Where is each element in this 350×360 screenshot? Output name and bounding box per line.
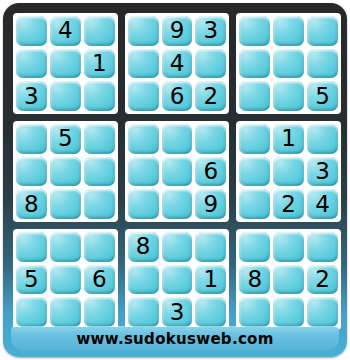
- cell-r3c3[interactable]: [84, 81, 115, 111]
- cell-r2c6[interactable]: [195, 49, 226, 79]
- footer-bar: www.sudokusweb.com: [11, 327, 339, 351]
- cell-r1c7[interactable]: [239, 16, 270, 46]
- cell-r9c4[interactable]: [128, 297, 159, 327]
- cell-r8c7[interactable]: 8: [239, 265, 270, 295]
- cell-r1c3[interactable]: [84, 16, 115, 46]
- cell-r2c5[interactable]: 4: [162, 49, 193, 79]
- box-2-1: 58: [13, 121, 118, 222]
- board-frame: 413934625586913245681382 www.sudokusweb.…: [3, 3, 347, 357]
- cell-r1c5[interactable]: 9: [162, 16, 193, 46]
- cell-r1c6[interactable]: 3: [195, 16, 226, 46]
- cell-r4c6[interactable]: [195, 124, 226, 154]
- box-3-2: 813: [125, 229, 230, 330]
- cell-r2c8[interactable]: [273, 49, 304, 79]
- cell-r2c7[interactable]: [239, 49, 270, 79]
- cell-r3c5[interactable]: 6: [162, 81, 193, 111]
- cell-r5c9[interactable]: 3: [307, 157, 338, 187]
- cell-r9c9[interactable]: [307, 297, 338, 327]
- cell-r7c2[interactable]: [50, 232, 81, 262]
- cell-r8c2[interactable]: [50, 265, 81, 295]
- cell-r4c4[interactable]: [128, 124, 159, 154]
- cell-r7c7[interactable]: [239, 232, 270, 262]
- cell-r9c2[interactable]: [50, 297, 81, 327]
- cell-r5c6[interactable]: 6: [195, 157, 226, 187]
- cell-r3c2[interactable]: [50, 81, 81, 111]
- cell-r1c9[interactable]: [307, 16, 338, 46]
- cell-r2c1[interactable]: [16, 49, 47, 79]
- cell-r1c4[interactable]: [128, 16, 159, 46]
- cell-r9c3[interactable]: [84, 297, 115, 327]
- cell-r1c2[interactable]: 4: [50, 16, 81, 46]
- sudoku-grid: 413934625586913245681382: [13, 13, 341, 330]
- box-1-1: 413: [13, 13, 118, 114]
- cell-r8c1[interactable]: 5: [16, 265, 47, 295]
- cell-r4c3[interactable]: [84, 124, 115, 154]
- cell-r3c7[interactable]: [239, 81, 270, 111]
- cell-r4c1[interactable]: [16, 124, 47, 154]
- cell-r3c1[interactable]: 3: [16, 81, 47, 111]
- cell-r2c3[interactable]: 1: [84, 49, 115, 79]
- cell-r6c7[interactable]: [239, 189, 270, 219]
- cell-r2c9[interactable]: [307, 49, 338, 79]
- box-3-3: 82: [236, 229, 341, 330]
- cell-r5c1[interactable]: [16, 157, 47, 187]
- cell-r6c1[interactable]: 8: [16, 189, 47, 219]
- cell-r6c3[interactable]: [84, 189, 115, 219]
- cell-r8c6[interactable]: 1: [195, 265, 226, 295]
- cell-r5c2[interactable]: [50, 157, 81, 187]
- cell-r6c2[interactable]: [50, 189, 81, 219]
- cell-r5c4[interactable]: [128, 157, 159, 187]
- cell-r5c8[interactable]: [273, 157, 304, 187]
- cell-r6c6[interactable]: 9: [195, 189, 226, 219]
- cell-r1c8[interactable]: [273, 16, 304, 46]
- cell-r6c8[interactable]: 2: [273, 189, 304, 219]
- cell-r7c6[interactable]: [195, 232, 226, 262]
- cell-r7c1[interactable]: [16, 232, 47, 262]
- cell-r7c8[interactable]: [273, 232, 304, 262]
- cell-r4c2[interactable]: 5: [50, 124, 81, 154]
- cell-r4c5[interactable]: [162, 124, 193, 154]
- cell-r8c4[interactable]: [128, 265, 159, 295]
- cell-r9c6[interactable]: [195, 297, 226, 327]
- cell-r4c8[interactable]: 1: [273, 124, 304, 154]
- cell-r8c3[interactable]: 6: [84, 265, 115, 295]
- cell-r7c3[interactable]: [84, 232, 115, 262]
- cell-r5c5[interactable]: [162, 157, 193, 187]
- cell-r6c5[interactable]: [162, 189, 193, 219]
- cell-r6c4[interactable]: [128, 189, 159, 219]
- sudoku-board: 413934625586913245681382 www.sudokusweb.…: [0, 0, 350, 360]
- cell-r3c4[interactable]: [128, 81, 159, 111]
- box-1-2: 93462: [125, 13, 230, 114]
- cell-r3c9[interactable]: 5: [307, 81, 338, 111]
- cell-r8c5[interactable]: [162, 265, 193, 295]
- cell-r2c2[interactable]: [50, 49, 81, 79]
- cell-r9c5[interactable]: 3: [162, 297, 193, 327]
- cell-r8c8[interactable]: [273, 265, 304, 295]
- cell-r3c6[interactable]: 2: [195, 81, 226, 111]
- cell-r8c9[interactable]: 2: [307, 265, 338, 295]
- box-3-1: 56: [13, 229, 118, 330]
- cell-r5c7[interactable]: [239, 157, 270, 187]
- box-2-3: 1324: [236, 121, 341, 222]
- cell-r6c9[interactable]: 4: [307, 189, 338, 219]
- box-1-3: 5: [236, 13, 341, 114]
- box-2-2: 69: [125, 121, 230, 222]
- cell-r4c7[interactable]: [239, 124, 270, 154]
- site-url[interactable]: www.sudokusweb.com: [76, 330, 273, 348]
- cell-r5c3[interactable]: [84, 157, 115, 187]
- cell-r2c4[interactable]: [128, 49, 159, 79]
- cell-r7c5[interactable]: [162, 232, 193, 262]
- cell-r3c8[interactable]: [273, 81, 304, 111]
- cell-r9c7[interactable]: [239, 297, 270, 327]
- cell-r4c9[interactable]: [307, 124, 338, 154]
- cell-r7c4[interactable]: 8: [128, 232, 159, 262]
- cell-r1c1[interactable]: [16, 16, 47, 46]
- cell-r9c1[interactable]: [16, 297, 47, 327]
- cell-r7c9[interactable]: [307, 232, 338, 262]
- cell-r9c8[interactable]: [273, 297, 304, 327]
